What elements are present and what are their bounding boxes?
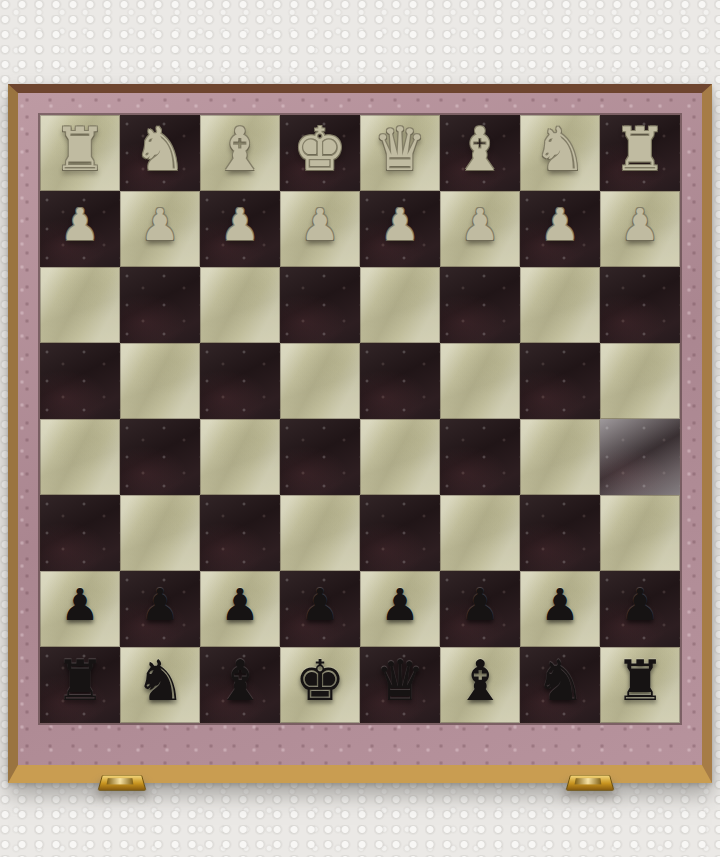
square-h4 (40, 343, 120, 419)
square-h5 (40, 419, 120, 495)
black-bishop-icon: ♝ (455, 653, 505, 709)
black-pawn-icon: ♟ (380, 583, 419, 627)
black-pawn-icon: ♟ (220, 583, 259, 627)
square-e3 (280, 267, 360, 343)
square-e8: ♚ (280, 647, 360, 723)
square-g8: ♞ (120, 647, 200, 723)
square-e7: ♟ (280, 571, 360, 647)
white-pawn-icon: ♟ (60, 203, 99, 247)
black-pawn-icon: ♟ (140, 583, 179, 627)
white-rook-icon: ♜ (53, 119, 107, 179)
square-g3 (120, 267, 200, 343)
square-d7: ♟ (360, 571, 440, 647)
white-queen-icon: ♛ (373, 119, 427, 179)
black-queen-icon: ♛ (375, 653, 425, 709)
square-c3 (440, 267, 520, 343)
white-knight-icon: ♞ (533, 119, 587, 179)
square-b1: ♞ (520, 115, 600, 191)
square-b5 (520, 419, 600, 495)
square-f7: ♟ (200, 571, 280, 647)
white-rook-icon: ♜ (613, 119, 667, 179)
square-h2: ♟ (40, 191, 120, 267)
square-c8: ♝ (440, 647, 520, 723)
square-d3 (360, 267, 440, 343)
square-e5 (280, 419, 360, 495)
square-d2: ♟ (360, 191, 440, 267)
board-grid: ♜♞♝♚♛♝♞♜♟♟♟♟♟♟♟♟♟♟♟♟♟♟♟♟♜♞♝♚♛♝♞♜ (40, 115, 680, 723)
black-knight-icon: ♞ (135, 653, 185, 709)
square-c4 (440, 343, 520, 419)
black-pawn-icon: ♟ (300, 583, 339, 627)
square-c7: ♟ (440, 571, 520, 647)
square-d4 (360, 343, 440, 419)
square-h3 (40, 267, 120, 343)
white-bishop-icon: ♝ (213, 119, 267, 179)
square-g5 (120, 419, 200, 495)
square-f1: ♝ (200, 115, 280, 191)
square-d6 (360, 495, 440, 571)
white-pawn-icon: ♟ (620, 203, 659, 247)
square-a6 (600, 495, 680, 571)
square-d1: ♛ (360, 115, 440, 191)
square-c2: ♟ (440, 191, 520, 267)
black-rook-icon: ♜ (615, 653, 665, 709)
square-b6 (520, 495, 600, 571)
white-pawn-icon: ♟ (380, 203, 419, 247)
brass-latch-left-icon (97, 775, 146, 791)
square-g2: ♟ (120, 191, 200, 267)
square-g6 (120, 495, 200, 571)
white-pawn-icon: ♟ (140, 203, 179, 247)
board-frame: ♜♞♝♚♛♝♞♜♟♟♟♟♟♟♟♟♟♟♟♟♟♟♟♟♜♞♝♚♛♝♞♜ (8, 84, 712, 783)
square-b3 (520, 267, 600, 343)
white-bishop-icon: ♝ (453, 119, 507, 179)
square-f3 (200, 267, 280, 343)
square-g7: ♟ (120, 571, 200, 647)
square-b7: ♟ (520, 571, 600, 647)
square-f5 (200, 419, 280, 495)
square-c5 (440, 419, 520, 495)
white-king-icon: ♚ (293, 119, 347, 179)
square-e6 (280, 495, 360, 571)
square-a3 (600, 267, 680, 343)
square-a2: ♟ (600, 191, 680, 267)
square-a1: ♜ (600, 115, 680, 191)
black-pawn-icon: ♟ (620, 583, 659, 627)
black-rook-icon: ♜ (55, 653, 105, 709)
photo-scene: ♜♞♝♚♛♝♞♜♟♟♟♟♟♟♟♟♟♟♟♟♟♟♟♟♜♞♝♚♛♝♞♜ (0, 0, 720, 857)
white-pawn-icon: ♟ (300, 203, 339, 247)
square-h8: ♜ (40, 647, 120, 723)
square-h7: ♟ (40, 571, 120, 647)
square-e4 (280, 343, 360, 419)
square-b4 (520, 343, 600, 419)
square-f2: ♟ (200, 191, 280, 267)
square-e2: ♟ (280, 191, 360, 267)
square-f4 (200, 343, 280, 419)
square-h6 (40, 495, 120, 571)
marble-border: ♜♞♝♚♛♝♞♜♟♟♟♟♟♟♟♟♟♟♟♟♟♟♟♟♜♞♝♚♛♝♞♜ (18, 93, 702, 765)
black-king-icon: ♚ (295, 653, 345, 709)
square-g4 (120, 343, 200, 419)
brass-latch-right-icon (565, 775, 614, 791)
square-g1: ♞ (120, 115, 200, 191)
square-f6 (200, 495, 280, 571)
white-pawn-icon: ♟ (220, 203, 259, 247)
square-f8: ♝ (200, 647, 280, 723)
square-b8: ♞ (520, 647, 600, 723)
square-a8: ♜ (600, 647, 680, 723)
square-d8: ♛ (360, 647, 440, 723)
black-knight-icon: ♞ (535, 653, 585, 709)
black-bishop-icon: ♝ (215, 653, 265, 709)
black-pawn-icon: ♟ (460, 583, 499, 627)
white-pawn-icon: ♟ (460, 203, 499, 247)
square-e1: ♚ (280, 115, 360, 191)
square-a7: ♟ (600, 571, 680, 647)
white-knight-icon: ♞ (133, 119, 187, 179)
square-h1: ♜ (40, 115, 120, 191)
square-a4 (600, 343, 680, 419)
white-pawn-icon: ♟ (540, 203, 579, 247)
square-a5 (600, 419, 680, 495)
black-pawn-icon: ♟ (60, 583, 99, 627)
square-c1: ♝ (440, 115, 520, 191)
square-b2: ♟ (520, 191, 600, 267)
square-c6 (440, 495, 520, 571)
black-pawn-icon: ♟ (540, 583, 579, 627)
square-d5 (360, 419, 440, 495)
